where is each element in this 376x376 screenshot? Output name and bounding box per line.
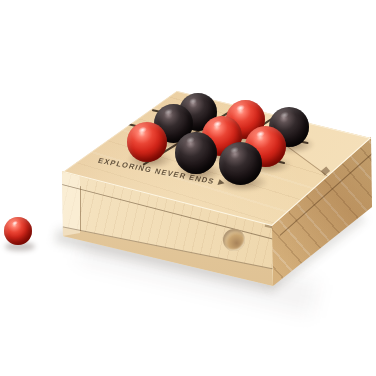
- board-pieces-layer: [0, 0, 376, 376]
- product-photo-tictactoe-box: EXPLORING NEVER ENDS: [0, 0, 376, 376]
- ball-red[interactable]: [127, 122, 167, 162]
- spare-ball[interactable]: [4, 217, 32, 245]
- ball-black[interactable]: [175, 132, 217, 174]
- ball-black[interactable]: [219, 142, 262, 185]
